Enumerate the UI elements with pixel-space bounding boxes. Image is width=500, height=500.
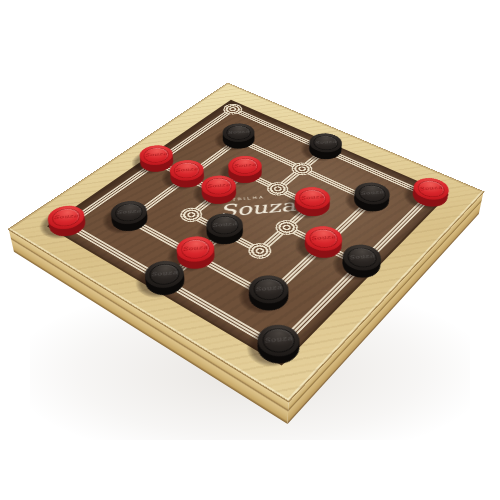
product-photo-stage: TRILHA Souza SouzaSouzaSouzaSouzaSouzaSo… [0,0,500,500]
perspective-scene: TRILHA Souza SouzaSouzaSouzaSouzaSouzaSo… [0,0,500,500]
board-wooden-frame: TRILHA Souza SouzaSouzaSouzaSouzaSouzaSo… [9,83,484,401]
point-marker-e4 [271,217,302,238]
points-grid: SouzaSouzaSouzaSouzaSouzaSouzaSouzaSouza… [36,95,459,376]
board-surface: TRILHA Souza SouzaSouzaSouzaSouzaSouzaSo… [47,100,449,366]
board-lines [233,109,430,196]
point-marker-e3 [244,240,277,262]
morris-board-box: TRILHA Souza SouzaSouzaSouzaSouzaSouzaSo… [9,83,484,401]
